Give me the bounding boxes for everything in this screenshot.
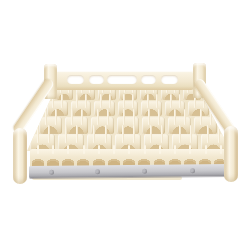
metal-slide-rail (29, 164, 230, 178)
support-pin (190, 125, 192, 143)
plate-peg-field (0, 0, 250, 250)
support-pin (200, 109, 202, 125)
screw (49, 170, 54, 175)
support-pin (55, 109, 57, 125)
screw (95, 169, 100, 174)
support-pin (122, 125, 124, 143)
support-pin (107, 109, 109, 125)
support-pin (207, 125, 209, 143)
plate-support (39, 117, 62, 134)
plate-support (117, 117, 140, 134)
support-pin (170, 94, 172, 108)
support-pin (65, 125, 67, 143)
support-pin (85, 94, 87, 108)
support-pin (100, 94, 102, 108)
handle-cutout (67, 75, 84, 84)
handle-cutout (161, 75, 178, 84)
support-pin (76, 94, 78, 108)
dishwasher-plate-rack (0, 0, 250, 250)
support-pin (48, 125, 50, 143)
plate-support (118, 101, 139, 116)
handle-cutout (141, 75, 156, 84)
screw (142, 169, 147, 174)
handle-cutout (89, 75, 104, 84)
handle-cutout (107, 75, 137, 84)
support-pin (97, 109, 99, 125)
support-pin (123, 94, 125, 108)
support-pin (179, 125, 181, 143)
scallop-arch (45, 149, 60, 167)
support-pin (147, 94, 149, 108)
product-photo (0, 0, 250, 250)
support-pin (45, 109, 47, 125)
support-pin (133, 125, 135, 143)
support-pin (76, 125, 78, 143)
support-pin (133, 109, 135, 125)
support-pin (179, 94, 181, 108)
support-pin (218, 125, 220, 143)
support-pin (150, 125, 152, 143)
support-pin (109, 94, 111, 108)
support-pin (37, 125, 39, 143)
scallop-arch (76, 149, 91, 167)
support-pin (132, 94, 134, 108)
scallop-arch (60, 149, 75, 167)
left-bumper-post (13, 128, 27, 184)
support-pin (81, 109, 83, 125)
support-pin (71, 109, 73, 125)
support-pin (105, 125, 107, 143)
support-pin (174, 109, 176, 125)
right-bumper-post (224, 126, 238, 182)
plate-support (47, 101, 68, 116)
support-pin (123, 109, 125, 125)
support-pin (156, 94, 158, 108)
screw (190, 168, 195, 173)
back-handle-rail (54, 71, 194, 90)
plate-support (194, 117, 217, 134)
scallop-arch (30, 149, 45, 167)
support-pin (184, 109, 186, 125)
